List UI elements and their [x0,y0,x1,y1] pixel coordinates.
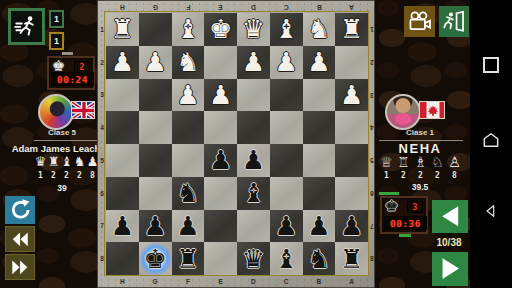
square-b3[interactable] [303,79,336,112]
white-pawn: ♟ [139,46,172,79]
piece-count: 1 [378,171,395,180]
white-queen: ♛ [237,13,270,46]
white-player-name: Adam James Leach [6,143,106,154]
restart-button[interactable] [5,196,35,224]
piece-count: 2 [429,171,446,180]
square-d2[interactable]: ♟ [237,46,270,79]
bishop-icon: ♝ [60,155,73,168]
piece-count: 2 [395,171,412,180]
rank-labels-right: 12345678 [368,13,376,275]
coord-label: 5 [98,144,106,177]
white-player-avatar [38,94,74,130]
square-h3[interactable] [106,79,139,112]
square-g6[interactable] [139,177,172,210]
black-player-clock: ♚ 3 00:36 [380,196,428,234]
black-pawn: ♟ [237,144,270,177]
coord-label: 2 [98,46,106,79]
running-man-icon [13,13,40,40]
rook-icon: ♜ [47,155,60,168]
white-pawn: ♟ [237,46,270,79]
square-h2[interactable]: ♟ [106,46,139,79]
square-b4[interactable] [303,111,336,144]
piece-count: 2 [60,171,73,180]
coord-label: D [237,2,270,12]
white-pawn: ♟ [172,79,205,112]
square-b8[interactable]: ♞ [303,242,336,275]
square-f3[interactable]: ♟ [172,79,205,112]
coord-label: 7 [368,210,376,243]
chess-board-frame: HGFEDCBA HGFEDCBA 12345678 12345678 ♜♝♚♛… [97,0,375,288]
square-f8[interactable]: ♜ [172,242,205,275]
square-g3[interactable] [139,79,172,112]
black-knight: ♞ [172,177,205,210]
square-c8[interactable]: ♝ [270,242,303,275]
white-player-class: Clase 5 [18,128,106,137]
coord-label: B [303,277,336,287]
square-h8[interactable] [106,242,139,275]
square-d3[interactable] [237,79,270,112]
coord-label: 4 [98,111,106,144]
black-pawn: ♟ [172,210,205,243]
video-camera-icon [406,8,433,35]
clock-accent-mark [399,234,411,237]
square-f6[interactable]: ♞ [172,177,205,210]
white-pawn: ♟ [303,46,336,79]
queen-icon: ♕ [378,155,395,169]
coord-label: 3 [98,79,106,112]
coord-label: F [172,2,205,12]
coord-label: A [335,277,368,287]
square-e8[interactable] [204,242,237,275]
counter-badge-yellow: 1 [49,32,64,50]
square-g2[interactable]: ♟ [139,46,172,79]
fast-forward-button[interactable] [5,254,35,280]
rewind-button[interactable] [5,226,35,252]
square-b5[interactable] [303,144,336,177]
square-e7[interactable] [204,210,237,243]
white-knight: ♞ [172,46,205,79]
coord-label: 4 [368,111,376,144]
white-piece-tray: ♛♜♝♞♟ [34,155,99,168]
square-g7[interactable]: ♟ [139,210,172,243]
coord-label: 3 [368,79,376,112]
left-triangle-icon [435,202,466,230]
counter-badge-green: 1 [49,10,64,28]
square-g4[interactable] [139,111,172,144]
white-pawn: ♟ [270,46,303,79]
black-rook: ♜ [172,242,205,275]
square-d1[interactable]: ♛ [237,13,270,46]
piece-count: 1 [34,171,47,180]
square-c7[interactable]: ♟ [270,210,303,243]
white-clock-time: 00:24 [51,72,94,86]
white-knight: ♞ [303,13,336,46]
black-bishop: ♝ [270,242,303,275]
square-h4[interactable] [106,111,139,144]
square-c2[interactable]: ♟ [270,46,303,79]
black-pawn: ♟ [204,144,237,177]
black-clock-badge: 3 [407,201,423,213]
square-c1[interactable]: ♝ [270,13,303,46]
move-counter: 10/38 [428,237,470,248]
black-player-avatar [385,94,421,130]
piece-count: 2 [73,171,86,180]
coord-label: E [204,277,237,287]
square-a3[interactable]: ♟ [335,79,368,112]
back-triangle-icon [483,203,499,219]
black-knight: ♞ [303,242,336,275]
square-e4[interactable] [204,111,237,144]
white-material-score: 39 [18,183,106,193]
square-e2[interactable] [204,46,237,79]
coord-label: G [139,277,172,287]
file-labels-bottom: HGFEDCBA [106,277,368,287]
square-e3[interactable]: ♟ [204,79,237,112]
black-bishop: ♝ [237,177,270,210]
square-h7[interactable]: ♟ [106,210,139,243]
black-pawn: ♟ [106,210,139,243]
square-g1[interactable] [139,13,172,46]
coord-label: 7 [98,210,106,243]
square-d7[interactable] [237,210,270,243]
square-a4[interactable] [335,111,368,144]
run-mode-button[interactable] [8,8,45,45]
coord-label: 2 [368,46,376,79]
android-home-button[interactable] [481,130,501,154]
black-pawn: ♟ [335,210,368,243]
square-b7[interactable]: ♟ [303,210,336,243]
square-a6[interactable] [335,177,368,210]
square-b6[interactable] [303,177,336,210]
knight-icon: ♞ [73,155,86,168]
knight-icon: ♘ [429,155,446,169]
rook-icon: ♖ [395,155,412,169]
square-c3[interactable] [270,79,303,112]
android-back-button[interactable] [483,203,499,227]
android-recents-button[interactable] [483,57,499,73]
black-piece-tray: ♕♖♗♘♙ [378,155,463,169]
square-f4[interactable] [172,111,205,144]
square-c6[interactable] [270,177,303,210]
coord-label: 1 [368,13,376,46]
coord-label: C [270,2,303,12]
clock-hanger-mark [62,52,73,55]
coord-label: A [335,2,368,12]
white-bishop: ♝ [270,13,303,46]
file-labels-top: HGFEDCBA [106,2,368,12]
square-a5[interactable] [335,144,368,177]
record-video-button[interactable] [404,6,435,37]
black-queen: ♛ [237,242,270,275]
coord-label: E [204,2,237,12]
uk-flag [71,101,95,119]
coord-label: 8 [98,242,106,275]
piece-count: 8 [446,171,463,180]
square-f7[interactable]: ♟ [172,210,205,243]
white-pawn: ♟ [106,46,139,79]
black-pawn: ♟ [139,210,172,243]
square-f2[interactable]: ♞ [172,46,205,79]
piece-count: 2 [412,171,429,180]
white-king: ♚ [204,13,237,46]
coord-label: B [303,2,336,12]
square-g5[interactable] [139,144,172,177]
double-right-arrow-icon [8,257,32,278]
square-e5[interactable]: ♟ [204,144,237,177]
square-b1[interactable]: ♞ [303,13,336,46]
coord-label: 1 [98,13,106,46]
square-a8[interactable]: ♜ [335,242,368,275]
white-bishop: ♝ [172,13,205,46]
square-f1[interactable]: ♝ [172,13,205,46]
divider [34,140,98,141]
black-player-class: Clase 1 [376,128,464,137]
right-triangle-icon [435,254,466,283]
white-piece-counts: 12228 [34,171,99,180]
canada-flag [419,101,445,119]
coord-label: 6 [368,177,376,210]
coord-label: D [237,277,270,287]
black-pawn: ♟ [303,210,336,243]
square-d6[interactable]: ♝ [237,177,270,210]
square-e6[interactable] [204,177,237,210]
circular-arrow-icon [7,198,33,222]
coord-label: C [270,277,303,287]
bishop-icon: ♗ [412,155,429,169]
coord-label: G [139,2,172,12]
square-a2[interactable] [335,46,368,79]
exit-door-icon [441,8,467,35]
white-rook: ♜ [335,13,368,46]
clock-accent-mark [379,192,399,195]
pawn-icon: ♙ [446,155,463,169]
square-d5[interactable]: ♟ [237,144,270,177]
white-player-clock: ♚ 2 00:24 [47,56,95,90]
exit-button[interactable] [439,6,469,37]
coord-label: 8 [368,242,376,275]
black-material-score: 39.5 [376,182,464,192]
black-clock-time: 00:36 [384,216,427,230]
piece-count: 2 [47,171,60,180]
square-e1[interactable]: ♚ [204,13,237,46]
queen-icon: ♛ [34,155,47,168]
coord-label: 6 [98,177,106,210]
square-d8[interactable]: ♛ [237,242,270,275]
square-c5[interactable] [270,144,303,177]
black-king: ♚ [139,242,172,275]
black-king-icon: ♚ [385,199,398,214]
double-left-arrow-icon [8,229,32,250]
previous-move-button[interactable] [432,200,468,233]
rank-labels-left: 12345678 [98,13,106,275]
coord-label: H [106,2,139,12]
black-rook: ♜ [335,242,368,275]
white-pawn: ♟ [204,79,237,112]
square-d4[interactable] [237,111,270,144]
white-rook: ♜ [106,13,139,46]
square-b2[interactable]: ♟ [303,46,336,79]
square-c4[interactable] [270,111,303,144]
square-a7[interactable]: ♟ [335,210,368,243]
square-h1[interactable]: ♜ [106,13,139,46]
square-g8[interactable]: ♚ [139,242,172,275]
chess-board: ♜♝♚♛♝♞♜♟♟♞♟♟♟♟♟♟♟♟♞♝♟♟♟♟♟♟♚♜♛♝♞♜ [106,13,368,275]
home-icon [481,130,501,150]
chess-game-screen: 1 1 ♚ 2 00:24 Clase 5 Adam James Leach ♛… [0,0,512,288]
square-h6[interactable] [106,177,139,210]
coord-label: H [106,277,139,287]
square-a1[interactable]: ♜ [335,13,368,46]
coord-label: F [172,277,205,287]
black-piece-counts: 12228 [378,171,463,180]
square-f5[interactable] [172,144,205,177]
coord-label: 5 [368,144,376,177]
square-h5[interactable] [106,144,139,177]
black-pawn: ♟ [270,210,303,243]
next-move-button[interactable] [432,252,468,286]
white-pawn: ♟ [335,79,368,112]
